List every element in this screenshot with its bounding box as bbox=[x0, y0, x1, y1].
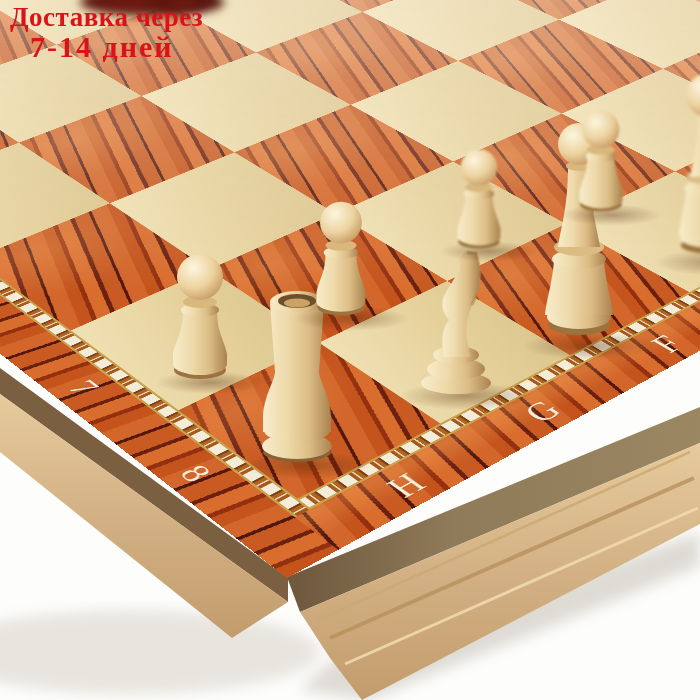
coordinate-label-H: H bbox=[377, 467, 434, 503]
promo-line-1: Доставка через bbox=[10, 4, 203, 32]
chess-piece-pawn-g7 bbox=[305, 198, 377, 318]
chess-piece-king-e8 bbox=[668, 70, 700, 262]
coordinate-label-8: 8 bbox=[170, 459, 221, 488]
chess-piece-pawn-e7 bbox=[569, 108, 633, 214]
coordinate-label-6: 6 bbox=[0, 299, 5, 322]
promo-line-2: 7-14 дней bbox=[30, 32, 203, 63]
coordinate-label-7: 7 bbox=[59, 375, 107, 401]
board-drop-shadow-left bbox=[0, 610, 320, 694]
delivery-promo-text: Доставка через 7-14 дней bbox=[10, 4, 203, 62]
chessboard-product-photo: HGFEDCBA HGFEDCBA 12345678 12345678 bbox=[0, 0, 700, 700]
chess-piece-pawn-h7 bbox=[166, 250, 234, 382]
chess-piece-pawn-f7 bbox=[448, 146, 510, 251]
